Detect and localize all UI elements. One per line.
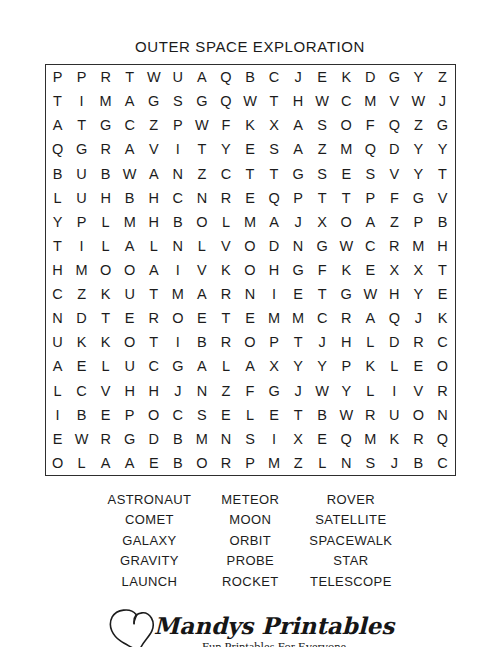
grid-cell-r17c8: R <box>214 451 238 475</box>
grid-cell-r2c9: W <box>238 89 262 113</box>
grid-cell-r6c11: P <box>286 186 310 210</box>
grid-cell-r13c14: K <box>358 354 382 378</box>
grid-cell-r13c8: L <box>214 354 238 378</box>
grid-cell-r10c16: Y <box>406 282 430 306</box>
grid-cell-r8c11: N <box>286 234 310 258</box>
grid-cell-r1c1: P <box>46 65 70 89</box>
heart-outline-icon <box>103 603 160 647</box>
grid-cell-r17c17: C <box>430 451 454 475</box>
grid-cell-r14c10: G <box>262 379 286 403</box>
grid-cell-r14c5: H <box>142 379 166 403</box>
grid-cell-r5c12: S <box>310 161 334 185</box>
grid-cell-r12c2: K <box>70 330 94 354</box>
word-spacewalk: SPACEWALK <box>309 531 392 551</box>
grid-cell-r3c10: X <box>262 113 286 137</box>
grid-cell-r9c6: I <box>166 258 190 282</box>
word-satellite: SATELLITE <box>309 510 392 530</box>
word-launch: LAUNCH <box>108 572 192 592</box>
grid-cell-r10c9: N <box>238 282 262 306</box>
grid-cell-r6c17: V <box>430 186 454 210</box>
grid-cell-r14c7: N <box>190 379 214 403</box>
grid-cell-r16c8: N <box>214 427 238 451</box>
grid-cell-r16c4: G <box>118 427 142 451</box>
grid-cell-r14c9: F <box>238 379 262 403</box>
brand-name: Mandys Printables <box>154 612 394 639</box>
grid-cell-r2c2: I <box>70 89 94 113</box>
grid-cell-r7c3: L <box>94 210 118 234</box>
grid-cell-r6c10: Q <box>262 186 286 210</box>
grid-cell-r13c5: C <box>142 354 166 378</box>
grid-cell-r11c14: A <box>358 306 382 330</box>
grid-cell-r12c13: H <box>334 330 358 354</box>
grid-cell-r13c6: G <box>166 354 190 378</box>
word-moon: MOON <box>221 510 279 530</box>
grid-cell-r5c10: T <box>262 161 286 185</box>
grid-cell-r12c15: D <box>382 330 406 354</box>
grid-cell-r9c10: H <box>262 258 286 282</box>
grid-cell-r17c12: L <box>310 451 334 475</box>
grid-cell-r2c6: S <box>166 89 190 113</box>
grid-cell-r3c8: F <box>214 113 238 137</box>
grid-cell-r1c17: Z <box>430 65 454 89</box>
grid-cell-r13c10: X <box>262 354 286 378</box>
grid-cell-r17c5: E <box>142 451 166 475</box>
grid-cell-r11c2: D <box>70 306 94 330</box>
grid-cell-r8c6: N <box>166 234 190 258</box>
grid-cell-r6c7: N <box>190 186 214 210</box>
grid-cell-r5c14: S <box>358 161 382 185</box>
grid-cell-r10c2: Z <box>70 282 94 306</box>
grid-cell-r8c13: W <box>334 234 358 258</box>
grid-cell-r10c4: U <box>118 282 142 306</box>
grid-cell-r2c14: M <box>358 89 382 113</box>
grid-cell-r10c15: H <box>382 282 406 306</box>
grid-cell-r13c7: A <box>190 354 214 378</box>
grid-cell-r6c9: E <box>238 186 262 210</box>
grid-cell-r15c2: B <box>70 403 94 427</box>
grid-cell-r13c9: A <box>238 354 262 378</box>
grid-cell-r3c14: F <box>358 113 382 137</box>
grid-cell-r15c1: I <box>46 403 70 427</box>
grid-cell-r8c8: V <box>214 234 238 258</box>
grid-cell-r10c12: T <box>310 282 334 306</box>
grid-cell-r16c6: B <box>166 427 190 451</box>
grid-cell-r1c6: U <box>166 65 190 89</box>
grid-cell-r2c4: A <box>118 89 142 113</box>
grid-cell-r11c15: Q <box>382 306 406 330</box>
grid-cell-r17c11: Z <box>286 451 310 475</box>
grid-cell-r13c11: Y <box>286 354 310 378</box>
grid-cell-r7c17: B <box>430 210 454 234</box>
grid-cell-r12c7: B <box>190 330 214 354</box>
grid-cell-r4c9: E <box>238 137 262 161</box>
page-title: OUTER SPACE EXPLORATION <box>0 38 500 55</box>
grid-cell-r5c16: Y <box>406 161 430 185</box>
grid-cell-r10c3: K <box>94 282 118 306</box>
grid-cell-r11c7: E <box>190 306 214 330</box>
grid-cell-r13c3: L <box>94 354 118 378</box>
grid-cell-r8c17: H <box>430 234 454 258</box>
grid-cell-r14c11: J <box>286 379 310 403</box>
grid-cell-r6c4: B <box>118 186 142 210</box>
grid-cell-r1c5: W <box>142 65 166 89</box>
grid-cell-r14c17: R <box>430 379 454 403</box>
grid-cell-r16c15: K <box>382 427 406 451</box>
word-gravity: GRAVITY <box>108 551 192 571</box>
grid-cell-r10c6: M <box>166 282 190 306</box>
grid-cell-r11c5: R <box>142 306 166 330</box>
grid-cell-r13c4: U <box>118 354 142 378</box>
grid-cell-r9c7: V <box>190 258 214 282</box>
grid-cell-r15c12: B <box>310 403 334 427</box>
word-list-column-3: ROVERSATELLITESPACEWALKSTARTELESCOPE <box>309 490 392 592</box>
grid-cell-r8c3: L <box>94 234 118 258</box>
grid-cell-r4c2: G <box>70 137 94 161</box>
grid-cell-r11c4: E <box>118 306 142 330</box>
grid-cell-r9c1: H <box>46 258 70 282</box>
grid-cell-r4c10: S <box>262 137 286 161</box>
grid-cell-r7c5: H <box>142 210 166 234</box>
word-search-grid: PPRTWUAQBCJEKDGYZTIMAGSGQWTHWCMVWJATGCZP… <box>45 64 456 476</box>
grid-cell-r10c10: I <box>262 282 286 306</box>
grid-cell-r4c6: I <box>166 137 190 161</box>
grid-cell-r2c1: T <box>46 89 70 113</box>
grid-cell-r2c11: H <box>286 89 310 113</box>
grid-cell-r14c15: I <box>382 379 406 403</box>
grid-cell-r15c15: U <box>382 403 406 427</box>
grid-cell-r14c14: L <box>358 379 382 403</box>
grid-cell-r9c17: T <box>430 258 454 282</box>
grid-cell-r12c3: K <box>94 330 118 354</box>
grid-cell-r6c1: L <box>46 186 70 210</box>
grid-cell-r12c6: I <box>166 330 190 354</box>
grid-cell-r1c15: G <box>382 65 406 89</box>
grid-cell-r4c17: Y <box>430 137 454 161</box>
grid-cell-r4c15: D <box>382 137 406 161</box>
grid-cell-r6c15: F <box>382 186 406 210</box>
grid-cell-r9c11: G <box>286 258 310 282</box>
grid-cell-r13c2: E <box>70 354 94 378</box>
grid-cell-r16c2: W <box>70 427 94 451</box>
grid-cell-r5c1: B <box>46 161 70 185</box>
grid-cell-r4c13: M <box>334 137 358 161</box>
grid-cell-r10c11: E <box>286 282 310 306</box>
grid-cell-r10c8: R <box>214 282 238 306</box>
grid-cell-r5c5: A <box>142 161 166 185</box>
grid-cell-r12c17: C <box>430 330 454 354</box>
grid-cell-r4c4: A <box>118 137 142 161</box>
grid-cell-r14c2: C <box>70 379 94 403</box>
grid-cell-r6c6: C <box>166 186 190 210</box>
grid-cell-r15c4: P <box>118 403 142 427</box>
grid-cell-r3c15: Q <box>382 113 406 137</box>
grid-cell-r17c6: B <box>166 451 190 475</box>
grid-cell-r2c16: W <box>406 89 430 113</box>
grid-cell-r16c12: E <box>310 427 334 451</box>
grid-cell-r10c5: T <box>142 282 166 306</box>
grid-cell-r6c2: U <box>70 186 94 210</box>
grid-cell-r7c11: J <box>286 210 310 234</box>
grid-cell-r12c16: R <box>406 330 430 354</box>
grid-cell-r9c3: O <box>94 258 118 282</box>
grid-cell-r9c5: A <box>142 258 166 282</box>
grid-cell-r2c3: M <box>94 89 118 113</box>
grid-cell-r8c4: A <box>118 234 142 258</box>
grid-cell-r10c7: A <box>190 282 214 306</box>
grid-cell-r4c5: V <box>142 137 166 161</box>
word-meteor: METEOR <box>221 490 279 510</box>
grid-cell-r16c10: I <box>262 427 286 451</box>
grid-cell-r13c12: Y <box>310 354 334 378</box>
grid-cell-r1c8: Q <box>214 65 238 89</box>
grid-cell-r6c12: T <box>310 186 334 210</box>
word-list: ASTRONAUTCOMETGALAXYGRAVITYLAUNCH METEOR… <box>0 490 500 592</box>
grid-cell-r1c9: B <box>238 65 262 89</box>
grid-cell-r1c12: E <box>310 65 334 89</box>
grid-cell-r17c9: P <box>238 451 262 475</box>
grid-cell-r15c13: W <box>334 403 358 427</box>
grid-cell-r8c5: L <box>142 234 166 258</box>
grid-cell-r4c1: Q <box>46 137 70 161</box>
grid-cell-r9c8: K <box>214 258 238 282</box>
grid-cell-r11c9: E <box>238 306 262 330</box>
grid-cell-r15c3: E <box>94 403 118 427</box>
grid-cell-r7c2: P <box>70 210 94 234</box>
grid-cell-r12c1: U <box>46 330 70 354</box>
grid-cell-r16c16: R <box>406 427 430 451</box>
grid-cell-r10c17: E <box>430 282 454 306</box>
grid-cell-r12c9: O <box>238 330 262 354</box>
grid-cell-r15c17: N <box>430 403 454 427</box>
grid-cell-r6c13: T <box>334 186 358 210</box>
grid-cell-r13c13: P <box>334 354 358 378</box>
word-list-column-2: METEORMOONORBITPROBEROCKET <box>221 490 279 592</box>
grid-cell-r11c10: M <box>262 306 286 330</box>
grid-cell-r16c1: E <box>46 427 70 451</box>
grid-cell-r4c7: T <box>190 137 214 161</box>
grid-cell-r15c16: O <box>406 403 430 427</box>
grid-cell-r3c7: W <box>190 113 214 137</box>
grid-cell-r17c15: J <box>382 451 406 475</box>
grid-cell-r11c13: R <box>334 306 358 330</box>
grid-cell-r15c14: R <box>358 403 382 427</box>
grid-cell-r7c4: M <box>118 210 142 234</box>
grid-cell-r15c8: E <box>214 403 238 427</box>
grid-cell-r3c1: A <box>46 113 70 137</box>
grid-cell-r11c1: N <box>46 306 70 330</box>
grid-cell-r14c16: V <box>406 379 430 403</box>
word-telescope: TELESCOPE <box>309 572 392 592</box>
grid-cell-r7c6: B <box>166 210 190 234</box>
grid-cell-r5c2: U <box>70 161 94 185</box>
grid-cell-r11c6: O <box>166 306 190 330</box>
grid-cell-r2c10: T <box>262 89 286 113</box>
grid-cell-r16c11: X <box>286 427 310 451</box>
brand-tagline: Fun Printables For Everyone <box>202 640 346 647</box>
grid-cell-r7c16: P <box>406 210 430 234</box>
grid-cell-r17c16: B <box>406 451 430 475</box>
grid-cell-r3c4: C <box>118 113 142 137</box>
grid-cell-r16c5: D <box>142 427 166 451</box>
grid-cell-r8c14: C <box>358 234 382 258</box>
grid-cell-r6c8: R <box>214 186 238 210</box>
brand-logo: Mandys Printables Fun Printables For Eve… <box>0 606 500 647</box>
grid-cell-r15c9: L <box>238 403 262 427</box>
grid-cell-r9c2: M <box>70 258 94 282</box>
grid-cell-r7c10: A <box>262 210 286 234</box>
grid-cell-r15c6: C <box>166 403 190 427</box>
grid-cell-r11c12: C <box>310 306 334 330</box>
grid-cell-r9c4: O <box>118 258 142 282</box>
grid-cell-r12c14: L <box>358 330 382 354</box>
grid-cell-r17c7: O <box>190 451 214 475</box>
word-orbit: ORBIT <box>221 531 279 551</box>
grid-cell-r7c1: Y <box>46 210 70 234</box>
grid-cell-r9c9: O <box>238 258 262 282</box>
grid-cell-r9c13: K <box>334 258 358 282</box>
grid-cell-r12c8: R <box>214 330 238 354</box>
logo-text: Mandys Printables Fun Printables For Eve… <box>154 612 394 647</box>
grid-cell-r14c12: W <box>310 379 334 403</box>
grid-cell-r3c3: G <box>94 113 118 137</box>
grid-cell-r2c5: G <box>142 89 166 113</box>
grid-cell-r6c16: G <box>406 186 430 210</box>
grid-cell-r10c13: G <box>334 282 358 306</box>
grid-cell-r17c10: M <box>262 451 286 475</box>
grid-cell-r6c5: H <box>142 186 166 210</box>
grid-cell-r1c13: K <box>334 65 358 89</box>
grid-cell-r14c3: V <box>94 379 118 403</box>
grid-cell-r1c4: T <box>118 65 142 89</box>
grid-cell-r12c11: T <box>286 330 310 354</box>
grid-cell-r8c12: G <box>310 234 334 258</box>
grid-cell-r3c6: P <box>166 113 190 137</box>
grid-cell-r3c11: A <box>286 113 310 137</box>
grid-cell-r14c4: H <box>118 379 142 403</box>
grid-cell-r15c10: E <box>262 403 286 427</box>
grid-cell-r10c1: C <box>46 282 70 306</box>
grid-cell-r12c4: O <box>118 330 142 354</box>
word-list-column-1: ASTRONAUTCOMETGALAXYGRAVITYLAUNCH <box>108 490 192 592</box>
grid-cell-r15c5: O <box>142 403 166 427</box>
grid-cell-r17c14: S <box>358 451 382 475</box>
grid-cell-r17c3: A <box>94 451 118 475</box>
grid-cell-r7c14: A <box>358 210 382 234</box>
grid-cell-r5c8: C <box>214 161 238 185</box>
grid-cell-r7c13: O <box>334 210 358 234</box>
grid-cell-r13c17: O <box>430 354 454 378</box>
grid-cell-r17c2: L <box>70 451 94 475</box>
grid-cell-r8c9: O <box>238 234 262 258</box>
grid-cell-r3c13: O <box>334 113 358 137</box>
grid-cell-r9c12: F <box>310 258 334 282</box>
grid-cell-r5c17: T <box>430 161 454 185</box>
grid-cell-r3c5: Z <box>142 113 166 137</box>
grid-cell-r2c7: G <box>190 89 214 113</box>
word-rover: ROVER <box>309 490 392 510</box>
grid-cell-r2c15: V <box>382 89 406 113</box>
grid-cell-r7c12: X <box>310 210 334 234</box>
grid-cell-r15c11: T <box>286 403 310 427</box>
grid-cell-r15c7: S <box>190 403 214 427</box>
grid-cell-r11c11: M <box>286 306 310 330</box>
grid-cell-r5c9: T <box>238 161 262 185</box>
grid-cell-r11c17: K <box>430 306 454 330</box>
grid-cell-r4c14: Q <box>358 137 382 161</box>
grid-cell-r16c7: M <box>190 427 214 451</box>
grid-cell-r7c9: M <box>238 210 262 234</box>
grid-cell-r13c1: A <box>46 354 70 378</box>
grid-cell-r4c8: Y <box>214 137 238 161</box>
grid-cell-r13c15: L <box>382 354 406 378</box>
word-astronaut: ASTRONAUT <box>108 490 192 510</box>
grid-cell-r10c14: W <box>358 282 382 306</box>
grid-cell-r3c12: S <box>310 113 334 137</box>
grid-cell-r11c16: J <box>406 306 430 330</box>
grid-cell-r1c2: P <box>70 65 94 89</box>
word-galaxy: GALAXY <box>108 531 192 551</box>
grid-cell-r14c1: L <box>46 379 70 403</box>
grid-cell-r1c7: A <box>190 65 214 89</box>
grid-cell-r7c15: Z <box>382 210 406 234</box>
grid-cell-r4c12: Z <box>310 137 334 161</box>
grid-cell-r17c4: A <box>118 451 142 475</box>
grid-cell-r16c3: R <box>94 427 118 451</box>
grid-cell-r5c13: E <box>334 161 358 185</box>
grid-cell-r8c2: I <box>70 234 94 258</box>
word-star: STAR <box>309 551 392 571</box>
grid-cell-r14c13: Y <box>334 379 358 403</box>
grid-cell-r4c16: Y <box>406 137 430 161</box>
grid-cell-r16c14: M <box>358 427 382 451</box>
grid-cell-r6c14: P <box>358 186 382 210</box>
grid-cell-r9c16: X <box>406 258 430 282</box>
grid-cell-r3c17: G <box>430 113 454 137</box>
grid-cell-r7c8: L <box>214 210 238 234</box>
grid-cell-r11c8: T <box>214 306 238 330</box>
grid-cell-r16c13: Q <box>334 427 358 451</box>
word-rocket: ROCKET <box>221 572 279 592</box>
grid-cell-r12c12: J <box>310 330 334 354</box>
grid-cell-r14c6: J <box>166 379 190 403</box>
word-probe: PROBE <box>221 551 279 571</box>
grid-cell-r6c3: H <box>94 186 118 210</box>
grid-cell-r17c13: N <box>334 451 358 475</box>
grid-cell-r1c3: R <box>94 65 118 89</box>
grid-cell-r8c10: D <box>262 234 286 258</box>
grid-cell-r4c3: R <box>94 137 118 161</box>
grid-cell-r3c2: T <box>70 113 94 137</box>
grid-cell-r14c8: Z <box>214 379 238 403</box>
grid-cell-r1c10: C <box>262 65 286 89</box>
grid-cell-r1c11: J <box>286 65 310 89</box>
grid-cell-r3c16: Z <box>406 113 430 137</box>
grid-cell-r2c12: W <box>310 89 334 113</box>
grid-cell-r2c8: Q <box>214 89 238 113</box>
grid-cell-r8c7: L <box>190 234 214 258</box>
grid-cell-r3c9: K <box>238 113 262 137</box>
grid-cell-r4c11: A <box>286 137 310 161</box>
grid-cell-r2c17: J <box>430 89 454 113</box>
grid-cell-r5c6: N <box>166 161 190 185</box>
word-comet: COMET <box>108 510 192 530</box>
grid-cell-r5c3: B <box>94 161 118 185</box>
grid-cell-r8c1: T <box>46 234 70 258</box>
grid-cell-r7c7: O <box>190 210 214 234</box>
grid-cell-r5c4: W <box>118 161 142 185</box>
grid-cell-r13c16: E <box>406 354 430 378</box>
grid-cell-r2c13: C <box>334 89 358 113</box>
